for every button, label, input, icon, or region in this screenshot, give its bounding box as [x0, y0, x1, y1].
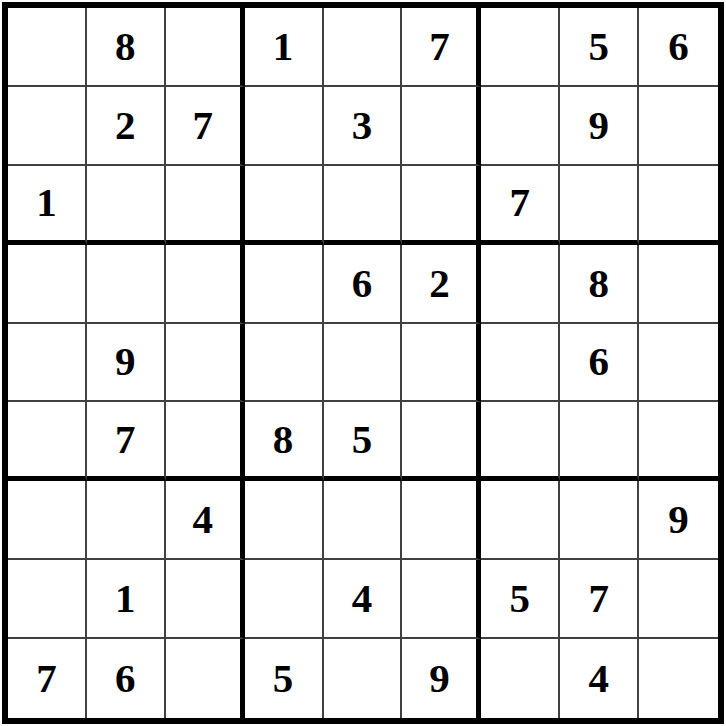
cell-r1c4-given[interactable]: 1 — [245, 8, 324, 87]
cell-r3c4-empty[interactable] — [245, 166, 324, 245]
cell-r5c6-empty[interactable] — [402, 324, 481, 403]
cell-r3c6-empty[interactable] — [402, 166, 481, 245]
cell-r1c7-empty[interactable] — [481, 8, 560, 87]
cell-r1c2-given[interactable]: 8 — [87, 8, 166, 87]
cell-r9c4-given[interactable]: 5 — [245, 639, 324, 718]
cell-r5c7-empty[interactable] — [481, 324, 560, 403]
cell-r1c8-given[interactable]: 5 — [560, 8, 639, 87]
cell-r7c5-empty[interactable] — [324, 481, 403, 560]
cell-r3c1-given[interactable]: 1 — [8, 166, 87, 245]
cell-r4c4-empty[interactable] — [245, 245, 324, 324]
cell-r8c9-empty[interactable] — [639, 560, 718, 639]
cell-r7c9-given[interactable]: 9 — [639, 481, 718, 560]
cell-r2c7-empty[interactable] — [481, 87, 560, 166]
cell-r4c7-empty[interactable] — [481, 245, 560, 324]
cell-r6c8-empty[interactable] — [560, 402, 639, 481]
cell-r5c3-empty[interactable] — [166, 324, 245, 403]
cell-r8c3-empty[interactable] — [166, 560, 245, 639]
cell-r6c2-given[interactable]: 7 — [87, 402, 166, 481]
cell-r6c1-empty[interactable] — [8, 402, 87, 481]
cell-r2c5-given[interactable]: 3 — [324, 87, 403, 166]
sudoku-board: 817562739176289678549145776594 — [2, 2, 724, 724]
cell-r4c6-given[interactable]: 2 — [402, 245, 481, 324]
cell-r4c2-empty[interactable] — [87, 245, 166, 324]
sudoku-board-frame: 817562739176289678549145776594 — [0, 0, 726, 726]
cell-r6c5-given[interactable]: 5 — [324, 402, 403, 481]
cell-r9c3-empty[interactable] — [166, 639, 245, 718]
cell-r4c9-empty[interactable] — [639, 245, 718, 324]
cell-r9c2-given[interactable]: 6 — [87, 639, 166, 718]
cell-r8c8-given[interactable]: 7 — [560, 560, 639, 639]
cell-r4c1-empty[interactable] — [8, 245, 87, 324]
cell-r2c3-given[interactable]: 7 — [166, 87, 245, 166]
cell-r1c5-empty[interactable] — [324, 8, 403, 87]
cell-r4c3-empty[interactable] — [166, 245, 245, 324]
cell-r1c3-empty[interactable] — [166, 8, 245, 87]
cell-r4c8-given[interactable]: 8 — [560, 245, 639, 324]
cell-r2c9-empty[interactable] — [639, 87, 718, 166]
cell-r9c1-given[interactable]: 7 — [8, 639, 87, 718]
cell-r5c2-given[interactable]: 9 — [87, 324, 166, 403]
cell-r8c1-empty[interactable] — [8, 560, 87, 639]
cell-r6c3-empty[interactable] — [166, 402, 245, 481]
cell-r9c8-given[interactable]: 4 — [560, 639, 639, 718]
cell-r4c5-given[interactable]: 6 — [324, 245, 403, 324]
cell-r2c8-given[interactable]: 9 — [560, 87, 639, 166]
cell-r2c2-given[interactable]: 2 — [87, 87, 166, 166]
cell-r8c2-given[interactable]: 1 — [87, 560, 166, 639]
cell-r9c5-empty[interactable] — [324, 639, 403, 718]
cell-r3c7-given[interactable]: 7 — [481, 166, 560, 245]
cell-r6c9-empty[interactable] — [639, 402, 718, 481]
cell-r9c7-empty[interactable] — [481, 639, 560, 718]
cell-r3c8-empty[interactable] — [560, 166, 639, 245]
cell-r3c2-empty[interactable] — [87, 166, 166, 245]
cell-r8c5-given[interactable]: 4 — [324, 560, 403, 639]
cell-r2c1-empty[interactable] — [8, 87, 87, 166]
cell-r9c9-empty[interactable] — [639, 639, 718, 718]
cell-r7c6-empty[interactable] — [402, 481, 481, 560]
cell-r7c7-empty[interactable] — [481, 481, 560, 560]
cell-r2c4-empty[interactable] — [245, 87, 324, 166]
cell-r9c6-given[interactable]: 9 — [402, 639, 481, 718]
cell-r5c8-given[interactable]: 6 — [560, 324, 639, 403]
cell-r3c9-empty[interactable] — [639, 166, 718, 245]
cell-r5c5-empty[interactable] — [324, 324, 403, 403]
cell-r6c4-given[interactable]: 8 — [245, 402, 324, 481]
cell-r1c6-given[interactable]: 7 — [402, 8, 481, 87]
cell-r8c7-given[interactable]: 5 — [481, 560, 560, 639]
cell-r7c8-empty[interactable] — [560, 481, 639, 560]
cell-r3c5-empty[interactable] — [324, 166, 403, 245]
cell-r8c4-empty[interactable] — [245, 560, 324, 639]
cell-r1c1-empty[interactable] — [8, 8, 87, 87]
cell-r2c6-empty[interactable] — [402, 87, 481, 166]
cell-r1c9-given[interactable]: 6 — [639, 8, 718, 87]
cell-r7c4-empty[interactable] — [245, 481, 324, 560]
cell-r6c6-empty[interactable] — [402, 402, 481, 481]
cell-r7c3-given[interactable]: 4 — [166, 481, 245, 560]
cell-r5c9-empty[interactable] — [639, 324, 718, 403]
cell-r5c1-empty[interactable] — [8, 324, 87, 403]
cell-r8c6-empty[interactable] — [402, 560, 481, 639]
cell-r7c2-empty[interactable] — [87, 481, 166, 560]
cell-r3c3-empty[interactable] — [166, 166, 245, 245]
cell-r6c7-empty[interactable] — [481, 402, 560, 481]
cell-r5c4-empty[interactable] — [245, 324, 324, 403]
cell-r7c1-empty[interactable] — [8, 481, 87, 560]
